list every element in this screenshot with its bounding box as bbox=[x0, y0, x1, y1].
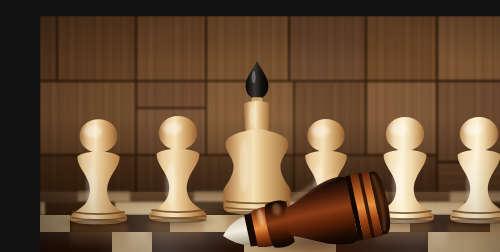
piece-reflection bbox=[70, 224, 128, 250]
piece-white-pawn-2 bbox=[141, 113, 215, 224]
piece-reflection bbox=[448, 225, 500, 249]
piece-white-pawn-5 bbox=[442, 114, 500, 225]
piece-reflection bbox=[148, 222, 204, 246]
piece-white-pawn-1 bbox=[62, 116, 135, 226]
chess-photo-scene bbox=[40, 16, 500, 252]
